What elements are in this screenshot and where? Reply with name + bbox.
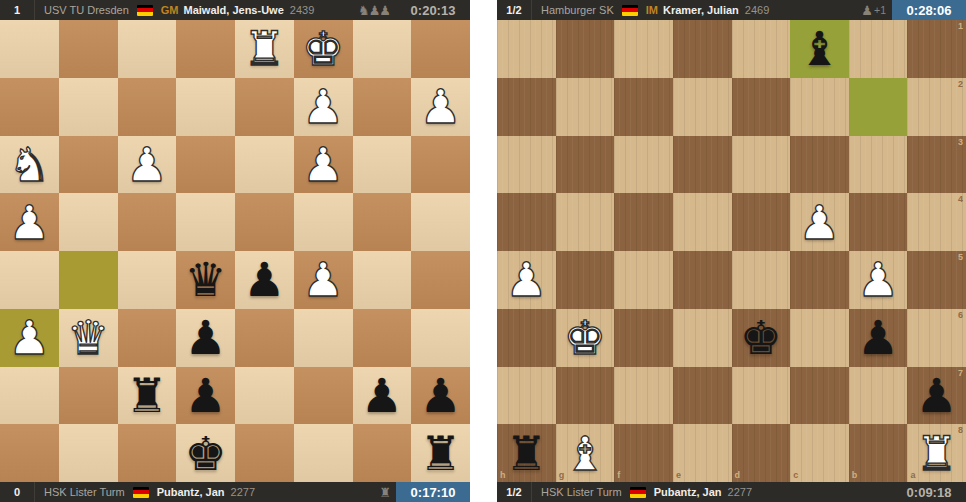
black-king: ♚ [185, 430, 227, 477]
square-a3[interactable]: 3 [907, 136, 966, 194]
square-d4[interactable] [732, 193, 791, 251]
square-c4[interactable]: ♟ [790, 193, 849, 251]
square-f4[interactable] [614, 193, 673, 251]
square-f3[interactable]: ♟ [118, 136, 177, 194]
square-a4[interactable] [411, 193, 470, 251]
chess-board-right: ♝123♟4♟♟5♚♚♟6♟7♜h♝gfedcb♜a8 [497, 20, 966, 482]
material-advantage-icons: ♞♟♟ [358, 3, 390, 18]
square-c8[interactable]: c [790, 424, 849, 482]
square-e7[interactable] [673, 367, 732, 425]
square-d8[interactable]: d [732, 424, 791, 482]
square-a8[interactable]: ♜a8 [907, 424, 966, 482]
square-e4[interactable] [673, 193, 732, 251]
square-f5[interactable] [118, 251, 177, 309]
square-e8[interactable]: e [673, 424, 732, 482]
square-g4[interactable] [556, 193, 615, 251]
square-d7[interactable] [732, 367, 791, 425]
team-name: HSK Lister Turm [44, 486, 125, 498]
clock-top: 0:28:06 [892, 0, 966, 20]
pawn-icon: ♟ [379, 3, 390, 18]
match-score: 0 [0, 482, 35, 502]
square-e1[interactable] [673, 20, 732, 78]
square-e7[interactable]: ♟ [176, 367, 235, 425]
square-f6[interactable] [614, 309, 673, 367]
square-a1[interactable]: 1 [907, 20, 966, 78]
square-g8[interactable]: ♝g [556, 424, 615, 482]
white-king: ♚ [302, 25, 344, 72]
square-h4[interactable] [497, 193, 556, 251]
square-f2[interactable] [614, 78, 673, 136]
black-rook: ♜ [505, 430, 547, 477]
square-g6[interactable]: ♚ [556, 309, 615, 367]
file-label-a: a [910, 471, 915, 480]
square-h2[interactable] [497, 78, 556, 136]
square-c5[interactable]: ♟ [294, 251, 353, 309]
player-title: GM [161, 4, 179, 16]
square-e3[interactable] [176, 136, 235, 194]
square-e3[interactable] [673, 136, 732, 194]
square-c3[interactable]: ♟ [294, 136, 353, 194]
square-g1[interactable] [556, 20, 615, 78]
german-flag-icon [137, 5, 153, 16]
square-a2[interactable]: 2 [907, 78, 966, 136]
player-rating: 2277 [231, 486, 255, 498]
black-pawn: ♟ [361, 372, 403, 419]
white-pawn: ♟ [420, 83, 462, 130]
black-pawn: ♟ [916, 372, 958, 419]
white-bishop: ♝ [564, 430, 606, 477]
square-b1[interactable] [849, 20, 908, 78]
player-rating: 2439 [290, 4, 314, 16]
square-f5[interactable] [614, 251, 673, 309]
rank-label-8: 8 [958, 426, 963, 435]
square-d3[interactable] [732, 136, 791, 194]
square-c2[interactable]: ♟ [294, 78, 353, 136]
square-f3[interactable] [614, 136, 673, 194]
rank-label-2: 2 [958, 80, 963, 89]
square-d2[interactable] [732, 78, 791, 136]
player-bar-top-right: 1/2 Hamburger SK IM Kramer, Julian 2469 … [497, 0, 966, 20]
square-d2[interactable] [235, 78, 294, 136]
material-advantage-icons: ♜ [379, 485, 390, 500]
square-c2[interactable] [790, 78, 849, 136]
german-flag-icon [133, 487, 149, 498]
pawn-icon: ♟ [861, 3, 872, 18]
black-rook: ♜ [126, 372, 168, 419]
team-name: HSK Lister Turm [541, 486, 622, 498]
square-e2[interactable] [176, 78, 235, 136]
white-pawn: ♟ [302, 141, 344, 188]
black-pawn: ♟ [243, 256, 285, 303]
square-c1[interactable]: ♚ [294, 20, 353, 78]
player-name: Kramer, Julian [663, 4, 739, 16]
file-label-d: d [735, 471, 741, 480]
square-h1[interactable] [497, 20, 556, 78]
game-panel-right: 1/2 Hamburger SK IM Kramer, Julian 2469 … [497, 0, 966, 502]
square-e4[interactable] [176, 193, 235, 251]
white-king: ♚ [564, 314, 606, 361]
square-g5[interactable] [59, 251, 118, 309]
square-b6[interactable] [353, 309, 412, 367]
clock-top: 0:20:13 [396, 0, 470, 20]
square-b2[interactable] [849, 78, 908, 136]
square-a7[interactable]: ♟ [411, 367, 470, 425]
square-f6[interactable] [118, 309, 177, 367]
square-g3[interactable] [556, 136, 615, 194]
square-b8[interactable]: b [849, 424, 908, 482]
rank-label-5: 5 [958, 253, 963, 262]
square-h6[interactable] [497, 309, 556, 367]
square-g8[interactable] [59, 424, 118, 482]
square-a1[interactable] [411, 20, 470, 78]
black-pawn: ♟ [185, 372, 227, 419]
square-e1[interactable] [176, 20, 235, 78]
player-rating: 2469 [745, 4, 769, 16]
knight-icon: ♞ [358, 3, 369, 18]
square-h3[interactable] [497, 136, 556, 194]
square-d6[interactable] [235, 309, 294, 367]
match-score: 1/2 [497, 482, 532, 502]
rank-label-7: 7 [958, 369, 963, 378]
square-d7[interactable] [235, 367, 294, 425]
square-d4[interactable] [235, 193, 294, 251]
player-bar-top-left: 1 USV TU Dresden GM Maiwald, Jens-Uwe 24… [0, 0, 470, 20]
square-e6[interactable] [673, 309, 732, 367]
clock-bottom: 0:09:18 [892, 482, 966, 502]
pawn-icon: ♟ [369, 3, 380, 18]
match-score: 1/2 [497, 0, 532, 20]
square-d5[interactable]: ♟ [235, 251, 294, 309]
square-e5[interactable] [673, 251, 732, 309]
square-e2[interactable] [673, 78, 732, 136]
square-b7[interactable] [849, 367, 908, 425]
square-f4[interactable] [118, 193, 177, 251]
square-g1[interactable] [59, 20, 118, 78]
file-label-b: b [852, 471, 858, 480]
square-h5[interactable] [0, 251, 59, 309]
square-c5[interactable] [790, 251, 849, 309]
square-h3[interactable]: ♞ [0, 136, 59, 194]
white-pawn: ♟ [505, 256, 547, 303]
square-a6[interactable] [411, 309, 470, 367]
square-b1[interactable] [353, 20, 412, 78]
square-g4[interactable] [59, 193, 118, 251]
white-queen: ♛ [67, 314, 109, 361]
black-rook: ♜ [420, 430, 462, 477]
square-d1[interactable] [732, 20, 791, 78]
square-h2[interactable] [0, 78, 59, 136]
square-f2[interactable] [118, 78, 177, 136]
square-g6[interactable]: ♛ [59, 309, 118, 367]
player-rating: 2277 [728, 486, 752, 498]
square-g7[interactable] [59, 367, 118, 425]
black-pawn: ♟ [857, 314, 899, 361]
rank-label-4: 4 [958, 195, 963, 204]
black-queen: ♛ [185, 256, 227, 303]
square-c1[interactable]: ♝ [790, 20, 849, 78]
rook-icon: ♜ [379, 485, 390, 500]
square-a5[interactable] [411, 251, 470, 309]
white-pawn: ♟ [8, 314, 50, 361]
square-d1[interactable]: ♜ [235, 20, 294, 78]
square-c6[interactable] [790, 309, 849, 367]
square-b4[interactable] [353, 193, 412, 251]
square-g2[interactable] [59, 78, 118, 136]
square-d8[interactable] [235, 424, 294, 482]
square-c3[interactable] [790, 136, 849, 194]
square-f7[interactable] [614, 367, 673, 425]
square-a8[interactable]: ♜ [411, 424, 470, 482]
file-label-e: e [676, 471, 681, 480]
square-h4[interactable]: ♟ [0, 193, 59, 251]
square-f7[interactable]: ♜ [118, 367, 177, 425]
square-f1[interactable] [614, 20, 673, 78]
game-panel-left: 1 USV TU Dresden GM Maiwald, Jens-Uwe 24… [0, 0, 470, 502]
square-a2[interactable]: ♟ [411, 78, 470, 136]
player-bar-bottom-left: 0 HSK Lister Turm Pubantz, Jan 2277 ♜ 0:… [0, 482, 470, 502]
square-a5[interactable]: 5 [907, 251, 966, 309]
square-h1[interactable] [0, 20, 59, 78]
square-b6[interactable]: ♟ [849, 309, 908, 367]
black-king: ♚ [740, 314, 782, 361]
square-h7[interactable] [0, 367, 59, 425]
player-name: Maiwald, Jens-Uwe [184, 4, 284, 16]
square-d5[interactable] [732, 251, 791, 309]
square-f1[interactable] [118, 20, 177, 78]
square-b8[interactable] [353, 424, 412, 482]
black-bishop: ♝ [798, 25, 840, 72]
square-c8[interactable] [294, 424, 353, 482]
square-c7[interactable] [294, 367, 353, 425]
black-pawn: ♟ [185, 314, 227, 361]
player-name: Pubantz, Jan [157, 486, 225, 498]
white-pawn: ♟ [302, 83, 344, 130]
team-name: USV TU Dresden [44, 4, 129, 16]
broadcast-two-boards: 1 USV TU Dresden GM Maiwald, Jens-Uwe 24… [0, 0, 966, 502]
square-e6[interactable]: ♟ [176, 309, 235, 367]
player-title: IM [646, 4, 658, 16]
match-score: 1 [0, 0, 35, 20]
square-a6[interactable]: 6 [907, 309, 966, 367]
file-label-h: h [500, 471, 506, 480]
clock-bottom: 0:17:10 [396, 482, 470, 502]
square-b5[interactable] [353, 251, 412, 309]
square-b5[interactable]: ♟ [849, 251, 908, 309]
square-b7[interactable]: ♟ [353, 367, 412, 425]
square-a4[interactable]: 4 [907, 193, 966, 251]
white-pawn: ♟ [798, 199, 840, 246]
white-pawn: ♟ [126, 141, 168, 188]
square-a7[interactable]: ♟7 [907, 367, 966, 425]
square-b3[interactable] [353, 136, 412, 194]
rank-label-3: 3 [958, 138, 963, 147]
square-b4[interactable] [849, 193, 908, 251]
square-d3[interactable] [235, 136, 294, 194]
white-pawn: ♟ [857, 256, 899, 303]
square-f8[interactable]: f [614, 424, 673, 482]
square-g5[interactable] [556, 251, 615, 309]
german-flag-icon [630, 487, 646, 498]
file-label-c: c [793, 471, 798, 480]
white-pawn: ♟ [302, 256, 344, 303]
square-g2[interactable] [556, 78, 615, 136]
rank-label-1: 1 [958, 22, 963, 31]
material-count-label: +1 [874, 4, 886, 16]
chess-board-left: ♜♚♟♟♞♟♟♟♛♟♟♟♛♟♜♟♟♟♚♜ [0, 20, 470, 482]
square-f8[interactable] [118, 424, 177, 482]
german-flag-icon [622, 5, 638, 16]
square-c6[interactable] [294, 309, 353, 367]
square-b3[interactable] [849, 136, 908, 194]
square-e8[interactable]: ♚ [176, 424, 235, 482]
square-g3[interactable] [59, 136, 118, 194]
square-c7[interactable] [790, 367, 849, 425]
square-e5[interactable]: ♛ [176, 251, 235, 309]
square-g7[interactable] [556, 367, 615, 425]
player-name: Pubantz, Jan [654, 486, 722, 498]
square-a3[interactable] [411, 136, 470, 194]
square-h8[interactable] [0, 424, 59, 482]
white-rook: ♜ [916, 430, 958, 477]
white-pawn: ♟ [8, 199, 50, 246]
file-label-f: f [617, 471, 620, 480]
square-d6[interactable]: ♚ [732, 309, 791, 367]
square-h5[interactable]: ♟ [497, 251, 556, 309]
white-rook: ♜ [243, 25, 285, 72]
square-h6[interactable]: ♟ [0, 309, 59, 367]
white-knight: ♞ [8, 141, 50, 188]
square-b2[interactable] [353, 78, 412, 136]
file-label-g: g [559, 471, 565, 480]
team-name: Hamburger SK [541, 4, 614, 16]
rank-label-6: 6 [958, 311, 963, 320]
material-advantage-icons: ♟+1 [861, 3, 886, 18]
black-pawn: ♟ [420, 372, 462, 419]
square-h7[interactable] [497, 367, 556, 425]
square-h8[interactable]: ♜h [497, 424, 556, 482]
player-bar-bottom-right: 1/2 HSK Lister Turm Pubantz, Jan 2277 0:… [497, 482, 966, 502]
square-c4[interactable] [294, 193, 353, 251]
